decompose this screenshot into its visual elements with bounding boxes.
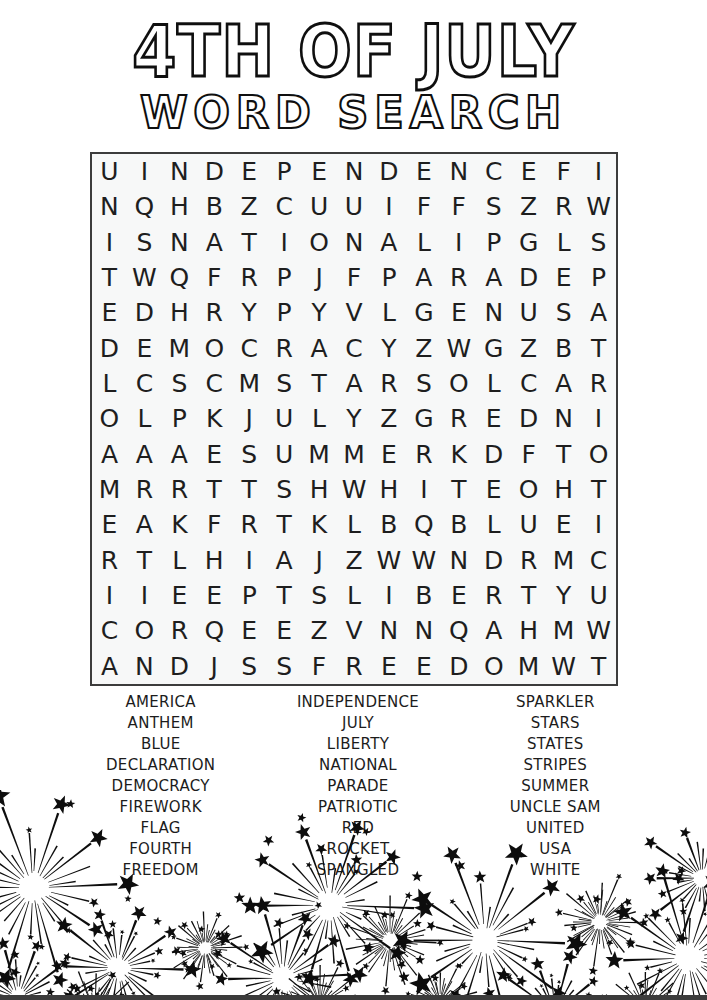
grid-cell-r9c13[interactable]: F xyxy=(511,437,546,472)
grid-cell-r9c9[interactable]: E xyxy=(371,437,406,472)
grid-cell-r15c6[interactable]: S xyxy=(267,649,302,684)
grid-cell-r14c3[interactable]: R xyxy=(162,613,197,648)
word-item: BLUE xyxy=(62,734,259,755)
grid-cell-r10c7[interactable]: H xyxy=(302,472,337,507)
grid-cell-r8c13[interactable]: D xyxy=(511,401,546,436)
grid-cell-r3c14[interactable]: L xyxy=(546,225,581,260)
grid-cell-r9c8[interactable]: M xyxy=(337,437,372,472)
grid-cell-r14c7[interactable]: Z xyxy=(302,613,337,648)
grid-cell-r2c12[interactable]: S xyxy=(476,189,511,224)
grid-cell-r11c7[interactable]: K xyxy=(302,507,337,542)
page-subtitle: WORD SEARCH xyxy=(14,88,693,138)
grid-cell-r11c11[interactable]: B xyxy=(441,507,476,542)
grid-cell-r2c5[interactable]: Z xyxy=(232,189,267,224)
grid-cell-r6c8[interactable]: C xyxy=(337,331,372,366)
word-item: WHITE xyxy=(457,860,654,881)
grid-cell-r8c2[interactable]: L xyxy=(127,401,162,436)
grid-cell-r8c14[interactable]: N xyxy=(546,401,581,436)
grid-cell-r6c4[interactable]: O xyxy=(197,331,232,366)
grid-cell-r1c6[interactable]: P xyxy=(267,154,302,189)
grid-cell-r12c9[interactable]: W xyxy=(371,543,406,578)
grid-cell-r5c15[interactable]: A xyxy=(581,295,616,330)
grid-cell-r11c6[interactable]: T xyxy=(267,507,302,542)
grid-cell-r11c5[interactable]: R xyxy=(232,507,267,542)
page-bottom-edge xyxy=(0,995,707,1000)
grid-cell-r6c9[interactable]: Y xyxy=(371,331,406,366)
grid-cell-r3c5[interactable]: T xyxy=(232,225,267,260)
grid-cell-r13c10[interactable]: B xyxy=(406,578,441,613)
grid-cell-r4c12[interactable]: A xyxy=(476,260,511,295)
grid-cell-r15c15[interactable]: T xyxy=(581,649,616,684)
grid-cell-r4c6[interactable]: P xyxy=(267,260,302,295)
letter-grid: UINDEPENDENCEFINQHBZCUUIFFSZRWISNATIONAL… xyxy=(90,152,618,686)
grid-cell-r13c5[interactable]: P xyxy=(232,578,267,613)
grid-cell-r10c2[interactable]: R xyxy=(127,472,162,507)
grid-cell-r12c7[interactable]: J xyxy=(302,543,337,578)
grid-cell-r14c12[interactable]: A xyxy=(476,613,511,648)
grid-cell-r4c7[interactable]: J xyxy=(302,260,337,295)
grid-cell-r12c8[interactable]: Z xyxy=(337,543,372,578)
grid-cell-r1c9[interactable]: D xyxy=(371,154,406,189)
word-item: FOURTH xyxy=(62,839,259,860)
grid-cell-r3c1[interactable]: I xyxy=(92,225,127,260)
grid-cell-r13c13[interactable]: T xyxy=(511,578,546,613)
grid-cell-r8c15[interactable]: I xyxy=(581,401,616,436)
grid-cell-r3c7[interactable]: O xyxy=(302,225,337,260)
grid-cell-r11c9[interactable]: B xyxy=(371,507,406,542)
grid-cell-r15c2[interactable]: N xyxy=(127,649,162,684)
grid-cell-r9c15[interactable]: O xyxy=(581,437,616,472)
grid-cell-r11c13[interactable]: U xyxy=(511,507,546,542)
grid-cell-r9c11[interactable]: K xyxy=(441,437,476,472)
grid-cell-r15c11[interactable]: D xyxy=(441,649,476,684)
grid-cell-r8c9[interactable]: Z xyxy=(371,401,406,436)
grid-cell-r12c15[interactable]: C xyxy=(581,543,616,578)
grid-cell-r1c11[interactable]: N xyxy=(441,154,476,189)
grid-cell-r9c12[interactable]: D xyxy=(476,437,511,472)
grid-cell-r3c3[interactable]: N xyxy=(162,225,197,260)
grid-cell-r10c5[interactable]: T xyxy=(232,472,267,507)
grid-cell-r2c2[interactable]: Q xyxy=(127,189,162,224)
grid-cell-r1c5[interactable]: E xyxy=(232,154,267,189)
grid-cell-r2c13[interactable]: Z xyxy=(511,189,546,224)
word-item: INDEPENDENCE xyxy=(259,692,456,713)
grid-cell-r5c13[interactable]: U xyxy=(511,295,546,330)
grid-cell-r5c6[interactable]: P xyxy=(267,295,302,330)
grid-cell-r5c14[interactable]: S xyxy=(546,295,581,330)
grid-cell-r2c1[interactable]: N xyxy=(92,189,127,224)
grid-cell-r8c6[interactable]: U xyxy=(267,401,302,436)
grid-cell-r6c5[interactable]: C xyxy=(232,331,267,366)
grid-cell-r7c7[interactable]: T xyxy=(302,366,337,401)
grid-cell-r6c3[interactable]: M xyxy=(162,331,197,366)
grid-cell-r4c2[interactable]: W xyxy=(127,260,162,295)
grid-cell-r7c15[interactable]: R xyxy=(581,366,616,401)
grid-cell-r8c12[interactable]: E xyxy=(476,401,511,436)
grid-cell-r5c2[interactable]: D xyxy=(127,295,162,330)
grid-cell-r1c3[interactable]: N xyxy=(162,154,197,189)
grid-cell-r5c8[interactable]: V xyxy=(337,295,372,330)
grid-cell-r10c12[interactable]: E xyxy=(476,472,511,507)
grid-cell-r11c10[interactable]: Q xyxy=(406,507,441,542)
grid-cell-r13c3[interactable]: E xyxy=(162,578,197,613)
word-item: UNITED xyxy=(457,818,654,839)
grid-cell-r12c1[interactable]: R xyxy=(92,543,127,578)
grid-cell-r8c7[interactable]: L xyxy=(302,401,337,436)
grid-cell-r15c12[interactable]: O xyxy=(476,649,511,684)
grid-cell-r14c8[interactable]: V xyxy=(337,613,372,648)
grid-cell-r10c8[interactable]: W xyxy=(337,472,372,507)
grid-cell-r5c10[interactable]: G xyxy=(406,295,441,330)
grid-cell-r12c6[interactable]: A xyxy=(267,543,302,578)
grid-cell-r13c12[interactable]: R xyxy=(476,578,511,613)
grid-cell-r10c10[interactable]: I xyxy=(406,472,441,507)
grid-cell-r6c11[interactable]: W xyxy=(441,331,476,366)
grid-cell-r1c7[interactable]: E xyxy=(302,154,337,189)
grid-cell-r2c8[interactable]: U xyxy=(337,189,372,224)
grid-cell-r11c8[interactable]: L xyxy=(337,507,372,542)
word-item: DECLARATION xyxy=(62,755,259,776)
grid-cell-r9c3[interactable]: A xyxy=(162,437,197,472)
grid-cell-r14c9[interactable]: N xyxy=(371,613,406,648)
grid-cell-r1c8[interactable]: N xyxy=(337,154,372,189)
grid-cell-r15c4[interactable]: J xyxy=(197,649,232,684)
grid-cell-r3c8[interactable]: N xyxy=(337,225,372,260)
grid-cell-r14c14[interactable]: M xyxy=(546,613,581,648)
grid-cell-r11c12[interactable]: L xyxy=(476,507,511,542)
grid-cell-r4c10[interactable]: A xyxy=(406,260,441,295)
grid-cell-r1c10[interactable]: E xyxy=(406,154,441,189)
grid-cell-r8c8[interactable]: Y xyxy=(337,401,372,436)
grid-cell-r6c10[interactable]: Z xyxy=(406,331,441,366)
word-list-column-3: SPARKLERSTARSSTATESSTRIPESSUMMERUNCLE SA… xyxy=(457,692,654,881)
grid-cell-r6c12[interactable]: G xyxy=(476,331,511,366)
grid-cell-r5c12[interactable]: N xyxy=(476,295,511,330)
grid-cell-r9c5[interactable]: S xyxy=(232,437,267,472)
grid-cell-r8c5[interactable]: J xyxy=(232,401,267,436)
grid-cell-r10c11[interactable]: T xyxy=(441,472,476,507)
grid-cell-r7c3[interactable]: S xyxy=(162,366,197,401)
grid-cell-r5c5[interactable]: Y xyxy=(232,295,267,330)
grid-cell-r3c12[interactable]: P xyxy=(476,225,511,260)
grid-cell-r9c1[interactable]: A xyxy=(92,437,127,472)
grid-cell-r5c11[interactable]: E xyxy=(441,295,476,330)
grid-cell-r7c1[interactable]: L xyxy=(92,366,127,401)
grid-cell-r3c13[interactable]: G xyxy=(511,225,546,260)
grid-cell-r9c10[interactable]: R xyxy=(406,437,441,472)
word-list-column-2: INDEPENDENCEJULYLIBERTYNATIONALPARADEPAT… xyxy=(259,692,456,881)
grid-cell-r8c4[interactable]: K xyxy=(197,401,232,436)
grid-cell-r2c6[interactable]: C xyxy=(267,189,302,224)
grid-cell-r11c3[interactable]: K xyxy=(162,507,197,542)
word-item: JULY xyxy=(259,713,456,734)
grid-cell-r6c6[interactable]: R xyxy=(267,331,302,366)
grid-cell-r10c15[interactable]: T xyxy=(581,472,616,507)
grid-cell-r8c1[interactable]: O xyxy=(92,401,127,436)
grid-cell-r1c15[interactable]: I xyxy=(581,154,616,189)
grid-cell-r2c15[interactable]: W xyxy=(581,189,616,224)
grid-cell-r9c14[interactable]: T xyxy=(546,437,581,472)
grid-cell-r1c4[interactable]: D xyxy=(197,154,232,189)
grid-cell-r7c10[interactable]: S xyxy=(406,366,441,401)
word-item: SPANGLED xyxy=(259,860,456,881)
word-item: ROCKET xyxy=(259,839,456,860)
word-item: DEMOCRACY xyxy=(62,776,259,797)
grid-cell-r5c7[interactable]: Y xyxy=(302,295,337,330)
word-item: PATRIOTIC xyxy=(259,797,456,818)
grid-cell-r13c15[interactable]: U xyxy=(581,578,616,613)
grid-cell-r9c6[interactable]: U xyxy=(267,437,302,472)
grid-cell-r8c11[interactable]: R xyxy=(441,401,476,436)
grid-cell-r6c1[interactable]: D xyxy=(92,331,127,366)
grid-cell-r12c11[interactable]: N xyxy=(441,543,476,578)
grid-cell-r13c8[interactable]: L xyxy=(337,578,372,613)
grid-cell-r15c3[interactable]: D xyxy=(162,649,197,684)
word-item: STATES xyxy=(457,734,654,755)
grid-cell-r4c15[interactable]: P xyxy=(581,260,616,295)
grid-cell-r7c12[interactable]: L xyxy=(476,366,511,401)
grid-cell-r10c14[interactable]: H xyxy=(546,472,581,507)
grid-cell-r15c8[interactable]: R xyxy=(337,649,372,684)
grid-cell-r6c13[interactable]: Z xyxy=(511,331,546,366)
grid-cell-r6c2[interactable]: E xyxy=(127,331,162,366)
grid-cell-r13c4[interactable]: E xyxy=(197,578,232,613)
word-item: ANTHEM xyxy=(62,713,259,734)
grid-cell-r12c3[interactable]: L xyxy=(162,543,197,578)
grid-cell-r15c9[interactable]: E xyxy=(371,649,406,684)
grid-cell-r14c1[interactable]: C xyxy=(92,613,127,648)
grid-cell-r3c4[interactable]: A xyxy=(197,225,232,260)
grid-cell-r7c8[interactable]: A xyxy=(337,366,372,401)
grid-cell-r7c14[interactable]: A xyxy=(546,366,581,401)
grid-cell-r12c12[interactable]: D xyxy=(476,543,511,578)
grid-cell-r2c3[interactable]: H xyxy=(162,189,197,224)
grid-cell-r11c2[interactable]: A xyxy=(127,507,162,542)
grid-cell-r2c10[interactable]: F xyxy=(406,189,441,224)
grid-cell-r7c6[interactable]: S xyxy=(267,366,302,401)
grid-cell-r14c11[interactable]: Q xyxy=(441,613,476,648)
grid-cell-r3c11[interactable]: I xyxy=(441,225,476,260)
grid-cell-r15c7[interactable]: F xyxy=(302,649,337,684)
grid-cell-r13c7[interactable]: S xyxy=(302,578,337,613)
word-item: USA xyxy=(457,839,654,860)
grid-cell-r4c1[interactable]: T xyxy=(92,260,127,295)
grid-cell-r12c5[interactable]: I xyxy=(232,543,267,578)
word-item: SUMMER xyxy=(457,776,654,797)
grid-cell-r4c9[interactable]: P xyxy=(371,260,406,295)
grid-cell-r12c10[interactable]: W xyxy=(406,543,441,578)
grid-cell-r10c13[interactable]: O xyxy=(511,472,546,507)
grid-cell-r7c11[interactable]: O xyxy=(441,366,476,401)
grid-cell-r7c4[interactable]: C xyxy=(197,366,232,401)
word-item: FIREWORK xyxy=(62,797,259,818)
grid-cell-r13c2[interactable]: I xyxy=(127,578,162,613)
word-list-column-1: AMERICAANTHEMBLUEDECLARATIONDEMOCRACYFIR… xyxy=(62,692,259,881)
grid-cell-r4c11[interactable]: R xyxy=(441,260,476,295)
grid-cell-r7c2[interactable]: C xyxy=(127,366,162,401)
grid-cell-r9c7[interactable]: M xyxy=(302,437,337,472)
grid-cell-r11c14[interactable]: E xyxy=(546,507,581,542)
grid-cell-r11c15[interactable]: I xyxy=(581,507,616,542)
word-item: STRIPES xyxy=(457,755,654,776)
grid-cell-r2c9[interactable]: I xyxy=(371,189,406,224)
grid-cell-r5c3[interactable]: H xyxy=(162,295,197,330)
grid-cell-r15c10[interactable]: E xyxy=(406,649,441,684)
grid-cell-r14c15[interactable]: W xyxy=(581,613,616,648)
grid-cell-r7c5[interactable]: M xyxy=(232,366,267,401)
grid-cell-r4c8[interactable]: F xyxy=(337,260,372,295)
grid-cell-r12c4[interactable]: H xyxy=(197,543,232,578)
grid-cell-r12c2[interactable]: T xyxy=(127,543,162,578)
grid-cell-r15c1[interactable]: A xyxy=(92,649,127,684)
grid-cell-r5c4[interactable]: R xyxy=(197,295,232,330)
grid-cell-r3c6[interactable]: I xyxy=(267,225,302,260)
grid-cell-r1c2[interactable]: I xyxy=(127,154,162,189)
word-item: AMERICA xyxy=(62,692,259,713)
grid-cell-r3c2[interactable]: S xyxy=(127,225,162,260)
grid-cell-r8c10[interactable]: G xyxy=(406,401,441,436)
grid-cell-r4c14[interactable]: E xyxy=(546,260,581,295)
grid-cell-r14c6[interactable]: E xyxy=(267,613,302,648)
grid-cell-r1c1[interactable]: U xyxy=(92,154,127,189)
grid-cell-r14c2[interactable]: O xyxy=(127,613,162,648)
grid-cell-r4c5[interactable]: R xyxy=(232,260,267,295)
grid-cell-r12c13[interactable]: R xyxy=(511,543,546,578)
word-item: UNCLE SAM xyxy=(457,797,654,818)
grid-cell-r14c10[interactable]: N xyxy=(406,613,441,648)
grid-cell-r15c13[interactable]: M xyxy=(511,649,546,684)
grid-cell-r8c3[interactable]: P xyxy=(162,401,197,436)
grid-cell-r11c1[interactable]: E xyxy=(92,507,127,542)
grid-cell-r13c14[interactable]: Y xyxy=(546,578,581,613)
word-item: LIBERTY xyxy=(259,734,456,755)
grid-cell-r9c2[interactable]: A xyxy=(127,437,162,472)
grid-cell-r14c5[interactable]: E xyxy=(232,613,267,648)
grid-cell-r3c15[interactable]: S xyxy=(581,225,616,260)
grid-cell-r1c13[interactable]: E xyxy=(511,154,546,189)
grid-cell-r10c3[interactable]: R xyxy=(162,472,197,507)
word-item: SPARKLER xyxy=(457,692,654,713)
grid-cell-r13c9[interactable]: I xyxy=(371,578,406,613)
grid-cell-r4c4[interactable]: F xyxy=(197,260,232,295)
grid-cell-r2c7[interactable]: U xyxy=(302,189,337,224)
grid-cell-r3c9[interactable]: A xyxy=(371,225,406,260)
grid-cell-r10c1[interactable]: M xyxy=(92,472,127,507)
grid-cell-r4c3[interactable]: Q xyxy=(162,260,197,295)
grid-cell-r11c4[interactable]: F xyxy=(197,507,232,542)
word-item: PARADE xyxy=(259,776,456,797)
grid-cell-r6c14[interactable]: B xyxy=(546,331,581,366)
grid-cell-r10c4[interactable]: T xyxy=(197,472,232,507)
grid-cell-r2c11[interactable]: F xyxy=(441,189,476,224)
grid-cell-r2c14[interactable]: R xyxy=(546,189,581,224)
grid-cell-r13c6[interactable]: T xyxy=(267,578,302,613)
grid-cell-r10c6[interactable]: S xyxy=(267,472,302,507)
grid-cell-r3c10[interactable]: L xyxy=(406,225,441,260)
grid-cell-r1c12[interactable]: C xyxy=(476,154,511,189)
grid-cell-r6c7[interactable]: A xyxy=(302,331,337,366)
word-item: RED xyxy=(259,818,456,839)
grid-cell-r9c4[interactable]: E xyxy=(197,437,232,472)
grid-cell-r14c13[interactable]: H xyxy=(511,613,546,648)
grid-cell-r7c9[interactable]: R xyxy=(371,366,406,401)
grid-cell-r10c9[interactable]: H xyxy=(371,472,406,507)
grid-cell-r13c1[interactable]: I xyxy=(92,578,127,613)
grid-cell-r6c15[interactable]: T xyxy=(581,331,616,366)
word-item: STARS xyxy=(457,713,654,734)
grid-cell-r5c1[interactable]: E xyxy=(92,295,127,330)
grid-cell-r7c13[interactable]: C xyxy=(511,366,546,401)
grid-cell-r5c9[interactable]: L xyxy=(371,295,406,330)
grid-cell-r2c4[interactable]: B xyxy=(197,189,232,224)
grid-cell-r12c14[interactable]: M xyxy=(546,543,581,578)
grid-cell-r15c5[interactable]: S xyxy=(232,649,267,684)
grid-cell-r14c4[interactable]: Q xyxy=(197,613,232,648)
grid-cell-r13c11[interactable]: E xyxy=(441,578,476,613)
page-title: 4TH OF JULY xyxy=(42,12,664,91)
grid-cell-r15c14[interactable]: W xyxy=(546,649,581,684)
grid-cell-r4c13[interactable]: D xyxy=(511,260,546,295)
grid-cell-r1c14[interactable]: F xyxy=(546,154,581,189)
word-item: FREEDOM xyxy=(62,860,259,881)
word-item: NATIONAL xyxy=(259,755,456,776)
word-item: FLAG xyxy=(62,818,259,839)
word-list: AMERICAANTHEMBLUEDECLARATIONDEMOCRACYFIR… xyxy=(62,692,654,881)
